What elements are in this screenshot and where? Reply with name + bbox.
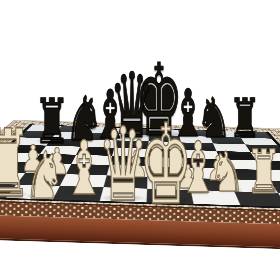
- piece-white-e1[interactable]: ♚: [139, 109, 193, 220]
- piece-white-b1[interactable]: ♞: [23, 142, 64, 207]
- chess-set-photo: Product photo of a black and cream chess…: [0, 0, 280, 280]
- piece-white-h1[interactable]: ♜: [246, 141, 280, 202]
- pieces-layer: ♜♞♝♛♚♝♞♜♟♟♟♟♟♜♞♝♛♚♝♞♜: [0, 0, 280, 280]
